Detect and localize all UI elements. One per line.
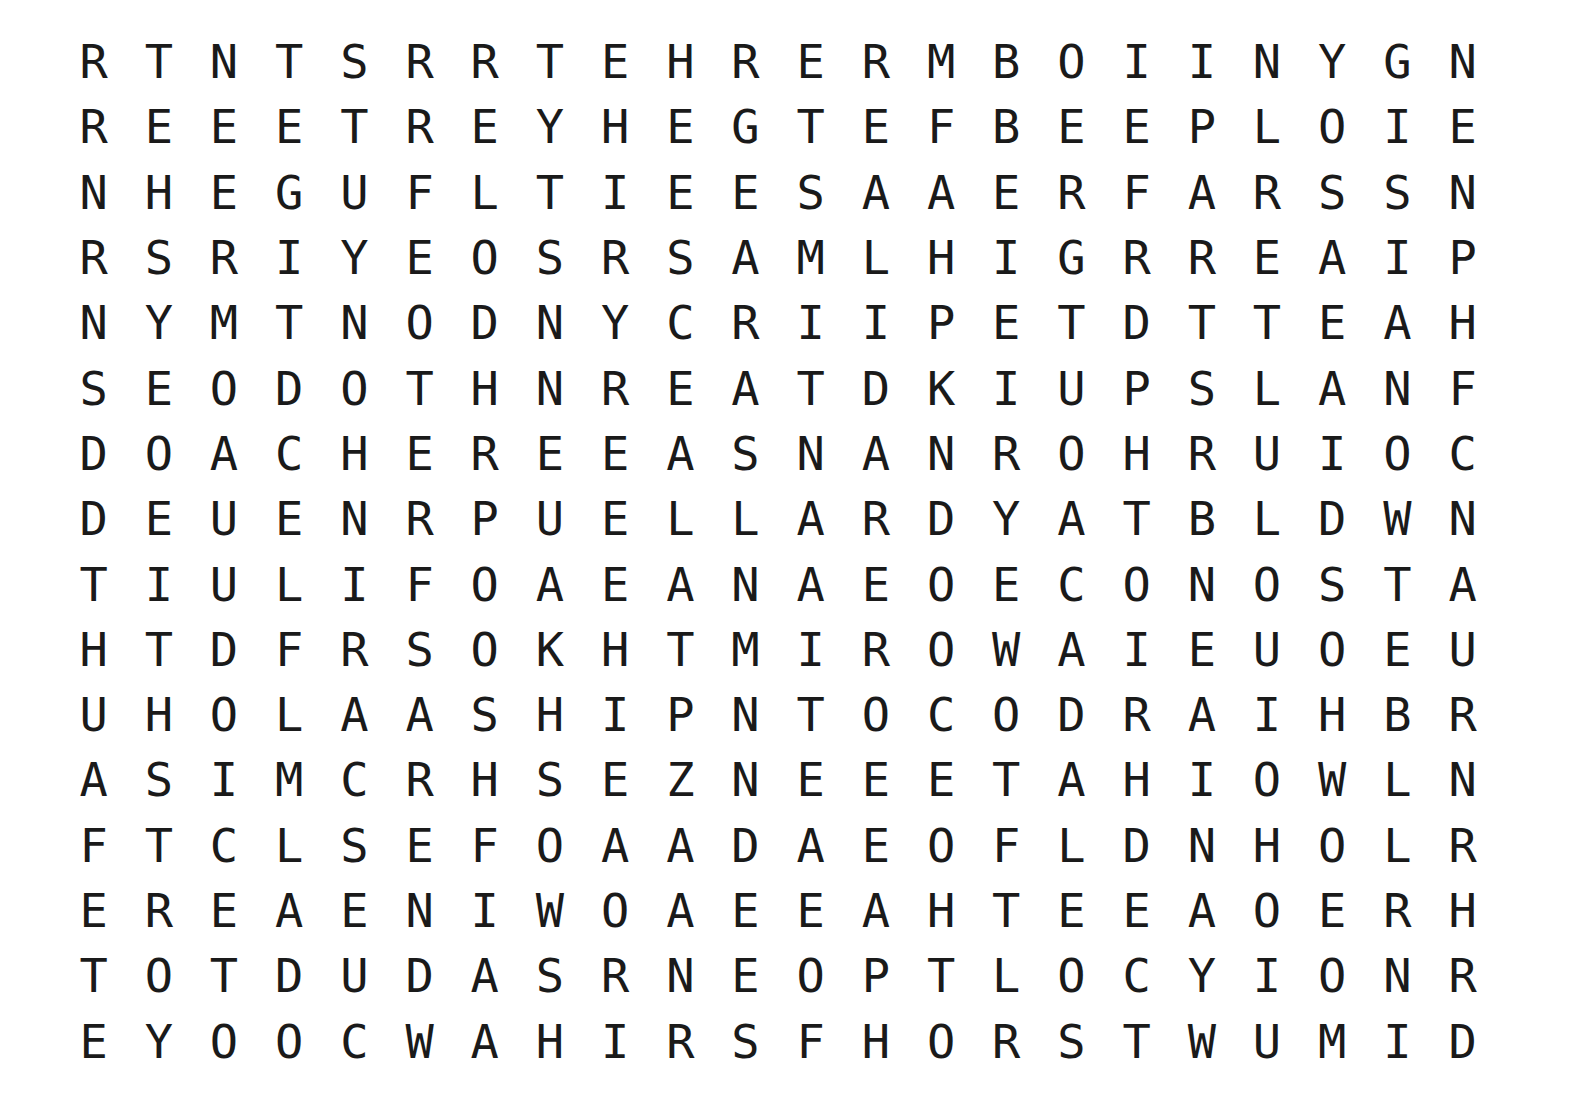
grid-cell[interactable]: O [126, 943, 191, 1008]
grid-cell[interactable]: B [974, 94, 1039, 159]
grid-cell[interactable]: L [843, 225, 908, 290]
grid-cell[interactable]: T [257, 29, 322, 94]
grid-cell[interactable]: U [1234, 1008, 1299, 1073]
grid-cell[interactable]: A [191, 421, 256, 486]
grid-cell[interactable]: R [61, 225, 126, 290]
grid-cell[interactable]: P [452, 486, 517, 551]
grid-cell[interactable]: N [1169, 551, 1234, 616]
grid-cell[interactable]: A [452, 1008, 517, 1073]
grid-cell[interactable]: E [257, 486, 322, 551]
grid-cell[interactable]: S [1169, 355, 1234, 420]
grid-cell[interactable]: W [517, 878, 582, 943]
grid-cell[interactable]: O [1234, 878, 1299, 943]
grid-cell[interactable]: N [908, 421, 973, 486]
grid-cell[interactable]: R [1430, 682, 1495, 747]
grid-cell[interactable]: F [452, 813, 517, 878]
grid-cell[interactable]: I [1104, 29, 1169, 94]
grid-cell[interactable]: A [1300, 355, 1365, 420]
grid-cell[interactable]: I [1104, 617, 1169, 682]
grid-cell[interactable]: F [974, 813, 1039, 878]
grid-cell[interactable]: H [517, 1008, 582, 1073]
grid-cell[interactable]: O [1234, 551, 1299, 616]
grid-cell[interactable]: I [778, 290, 843, 355]
grid-cell[interactable]: E [1039, 94, 1104, 159]
grid-cell[interactable]: S [322, 29, 387, 94]
grid-cell[interactable]: H [452, 355, 517, 420]
grid-cell[interactable]: O [191, 1008, 256, 1073]
grid-cell[interactable]: D [191, 617, 256, 682]
grid-cell[interactable]: R [843, 29, 908, 94]
grid-cell[interactable]: N [1169, 813, 1234, 878]
grid-cell[interactable]: N [1365, 355, 1430, 420]
grid-cell[interactable]: O [1365, 421, 1430, 486]
grid-cell[interactable]: I [974, 355, 1039, 420]
grid-cell[interactable]: A [713, 225, 778, 290]
grid-cell[interactable]: W [1169, 1008, 1234, 1073]
grid-cell[interactable]: S [1039, 1008, 1104, 1073]
grid-cell[interactable]: S [126, 747, 191, 812]
grid-cell[interactable]: H [61, 617, 126, 682]
grid-cell[interactable]: T [126, 617, 191, 682]
grid-cell[interactable]: U [191, 486, 256, 551]
grid-cell[interactable]: O [1104, 551, 1169, 616]
grid-cell[interactable]: F [257, 617, 322, 682]
grid-cell[interactable]: P [908, 290, 973, 355]
grid-cell[interactable]: A [648, 813, 713, 878]
grid-cell[interactable]: A [1169, 878, 1234, 943]
grid-cell[interactable]: H [452, 747, 517, 812]
grid-cell[interactable]: E [1365, 617, 1430, 682]
grid-cell[interactable]: H [583, 617, 648, 682]
grid-cell[interactable]: O [1300, 617, 1365, 682]
grid-cell[interactable]: R [1234, 160, 1299, 225]
grid-cell[interactable]: L [713, 486, 778, 551]
grid-cell[interactable]: R [583, 355, 648, 420]
grid-cell[interactable]: R [387, 29, 452, 94]
grid-cell[interactable]: S [517, 225, 582, 290]
grid-cell[interactable]: R [1104, 682, 1169, 747]
grid-cell[interactable]: P [648, 682, 713, 747]
grid-cell[interactable]: H [908, 225, 973, 290]
grid-cell[interactable]: N [1234, 29, 1299, 94]
grid-cell[interactable]: I [1365, 1008, 1430, 1073]
grid-cell[interactable]: S [648, 225, 713, 290]
grid-cell[interactable]: E [974, 290, 1039, 355]
grid-cell[interactable]: E [778, 747, 843, 812]
grid-cell[interactable]: O [387, 290, 452, 355]
grid-cell[interactable]: F [1430, 355, 1495, 420]
grid-cell[interactable]: H [1104, 747, 1169, 812]
grid-cell[interactable]: T [908, 943, 973, 1008]
grid-cell[interactable]: R [843, 617, 908, 682]
grid-cell[interactable]: A [1169, 682, 1234, 747]
grid-cell[interactable]: E [583, 421, 648, 486]
grid-cell[interactable]: D [452, 290, 517, 355]
grid-cell[interactable]: E [387, 813, 452, 878]
grid-cell[interactable]: L [257, 551, 322, 616]
grid-cell[interactable]: N [387, 878, 452, 943]
grid-cell[interactable]: C [1039, 551, 1104, 616]
grid-cell[interactable]: O [1300, 943, 1365, 1008]
grid-cell[interactable]: R [1169, 421, 1234, 486]
grid-cell[interactable]: I [1234, 943, 1299, 1008]
grid-cell[interactable]: S [322, 813, 387, 878]
grid-cell[interactable]: M [1300, 1008, 1365, 1073]
grid-cell[interactable]: W [1300, 747, 1365, 812]
grid-cell[interactable]: E [126, 355, 191, 420]
grid-cell[interactable]: E [257, 94, 322, 159]
grid-cell[interactable]: E [387, 421, 452, 486]
grid-cell[interactable]: L [452, 160, 517, 225]
grid-cell[interactable]: A [713, 355, 778, 420]
grid-cell[interactable]: Y [974, 486, 1039, 551]
grid-cell[interactable]: O [1300, 94, 1365, 159]
grid-cell[interactable]: A [61, 747, 126, 812]
grid-cell[interactable]: T [61, 943, 126, 1008]
grid-cell[interactable]: I [583, 160, 648, 225]
grid-cell[interactable]: E [1104, 878, 1169, 943]
grid-cell[interactable]: I [583, 1008, 648, 1073]
grid-cell[interactable]: E [908, 747, 973, 812]
grid-cell[interactable]: L [1039, 813, 1104, 878]
grid-cell[interactable]: H [843, 1008, 908, 1073]
grid-cell[interactable]: U [1039, 355, 1104, 420]
grid-cell[interactable]: H [126, 682, 191, 747]
grid-cell[interactable]: D [1104, 813, 1169, 878]
grid-cell[interactable]: G [713, 94, 778, 159]
grid-cell[interactable]: N [713, 682, 778, 747]
grid-cell[interactable]: B [1169, 486, 1234, 551]
grid-cell[interactable]: L [1234, 94, 1299, 159]
grid-cell[interactable]: O [583, 878, 648, 943]
grid-cell[interactable]: O [908, 813, 973, 878]
grid-cell[interactable]: M [257, 747, 322, 812]
grid-cell[interactable]: N [322, 486, 387, 551]
grid-cell[interactable]: L [1365, 747, 1430, 812]
grid-cell[interactable]: S [1365, 160, 1430, 225]
grid-cell[interactable]: R [648, 1008, 713, 1073]
grid-cell[interactable]: I [1169, 29, 1234, 94]
grid-cell[interactable]: E [126, 486, 191, 551]
grid-cell[interactable]: A [908, 160, 973, 225]
grid-cell[interactable]: I [1365, 225, 1430, 290]
grid-cell[interactable]: A [778, 551, 843, 616]
grid-cell[interactable]: R [713, 290, 778, 355]
grid-cell[interactable]: R [583, 225, 648, 290]
grid-cell[interactable]: T [1104, 486, 1169, 551]
grid-cell[interactable]: A [1169, 160, 1234, 225]
grid-cell[interactable]: E [583, 29, 648, 94]
grid-cell[interactable]: T [517, 160, 582, 225]
grid-cell[interactable]: O [778, 943, 843, 1008]
grid-cell[interactable]: R [452, 29, 517, 94]
grid-cell[interactable]: U [61, 682, 126, 747]
grid-cell[interactable]: A [517, 551, 582, 616]
grid-cell[interactable]: E [713, 160, 778, 225]
grid-cell[interactable]: R [387, 747, 452, 812]
grid-cell[interactable]: C [322, 1008, 387, 1073]
grid-cell[interactable]: A [843, 421, 908, 486]
grid-cell[interactable]: F [387, 160, 452, 225]
grid-cell[interactable]: O [1234, 747, 1299, 812]
grid-cell[interactable]: N [778, 421, 843, 486]
grid-cell[interactable]: L [1234, 486, 1299, 551]
grid-cell[interactable]: Y [322, 225, 387, 290]
grid-cell[interactable]: S [713, 1008, 778, 1073]
grid-cell[interactable]: W [1365, 486, 1430, 551]
grid-cell[interactable]: A [778, 486, 843, 551]
grid-cell[interactable]: A [648, 551, 713, 616]
grid-cell[interactable]: D [257, 355, 322, 420]
grid-cell[interactable]: R [713, 29, 778, 94]
grid-cell[interactable]: E [843, 551, 908, 616]
grid-cell[interactable]: R [61, 29, 126, 94]
grid-cell[interactable]: T [1039, 290, 1104, 355]
grid-cell[interactable]: O [191, 355, 256, 420]
grid-cell[interactable]: O [908, 617, 973, 682]
grid-cell[interactable]: A [1039, 747, 1104, 812]
grid-cell[interactable]: I [1300, 421, 1365, 486]
grid-cell[interactable]: G [1039, 225, 1104, 290]
grid-cell[interactable]: E [61, 1008, 126, 1073]
grid-cell[interactable]: L [648, 486, 713, 551]
grid-cell[interactable]: U [322, 160, 387, 225]
grid-cell[interactable]: R [974, 421, 1039, 486]
grid-cell[interactable]: C [1430, 421, 1495, 486]
grid-cell[interactable]: M [713, 617, 778, 682]
grid-cell[interactable]: A [843, 160, 908, 225]
grid-cell[interactable]: E [1169, 617, 1234, 682]
grid-cell[interactable]: D [61, 421, 126, 486]
grid-cell[interactable]: Z [648, 747, 713, 812]
grid-cell[interactable]: R [126, 878, 191, 943]
grid-cell[interactable]: S [778, 160, 843, 225]
grid-cell[interactable]: S [61, 355, 126, 420]
grid-cell[interactable]: O [908, 1008, 973, 1073]
grid-cell[interactable]: E [1300, 878, 1365, 943]
grid-cell[interactable]: Y [1300, 29, 1365, 94]
grid-cell[interactable]: H [517, 682, 582, 747]
grid-cell[interactable]: O [322, 355, 387, 420]
grid-cell[interactable]: E [778, 878, 843, 943]
grid-cell[interactable]: C [1104, 943, 1169, 1008]
grid-cell[interactable]: D [713, 813, 778, 878]
grid-cell[interactable]: T [61, 551, 126, 616]
grid-cell[interactable]: E [583, 747, 648, 812]
grid-cell[interactable]: I [1169, 747, 1234, 812]
grid-cell[interactable]: D [908, 486, 973, 551]
grid-cell[interactable]: N [517, 290, 582, 355]
grid-cell[interactable]: K [517, 617, 582, 682]
grid-cell[interactable]: E [322, 878, 387, 943]
grid-cell[interactable]: S [452, 682, 517, 747]
grid-cell[interactable]: Y [517, 94, 582, 159]
grid-cell[interactable]: T [1104, 1008, 1169, 1073]
grid-cell[interactable]: E [1234, 225, 1299, 290]
grid-cell[interactable]: H [1300, 682, 1365, 747]
grid-cell[interactable]: E [126, 94, 191, 159]
grid-cell[interactable]: O [191, 682, 256, 747]
grid-cell[interactable]: T [191, 943, 256, 1008]
grid-cell[interactable]: I [1365, 94, 1430, 159]
grid-cell[interactable]: A [1039, 617, 1104, 682]
grid-cell[interactable]: H [1430, 290, 1495, 355]
grid-cell[interactable]: B [1365, 682, 1430, 747]
grid-cell[interactable]: L [1234, 355, 1299, 420]
grid-cell[interactable]: R [452, 421, 517, 486]
grid-cell[interactable]: O [257, 1008, 322, 1073]
grid-cell[interactable]: L [974, 943, 1039, 1008]
grid-cell[interactable]: E [648, 355, 713, 420]
grid-cell[interactable]: P [1430, 225, 1495, 290]
grid-cell[interactable]: P [1104, 355, 1169, 420]
grid-cell[interactable]: U [1430, 617, 1495, 682]
grid-cell[interactable]: Y [1169, 943, 1234, 1008]
grid-cell[interactable]: R [1365, 878, 1430, 943]
grid-cell[interactable]: E [61, 878, 126, 943]
grid-cell[interactable]: O [452, 617, 517, 682]
grid-cell[interactable]: R [843, 486, 908, 551]
grid-cell[interactable]: K [908, 355, 973, 420]
grid-cell[interactable]: O [908, 551, 973, 616]
grid-cell[interactable]: U [1234, 421, 1299, 486]
grid-cell[interactable]: I [1234, 682, 1299, 747]
grid-cell[interactable]: D [1430, 1008, 1495, 1073]
grid-cell[interactable]: D [387, 943, 452, 1008]
grid-cell[interactable]: O [517, 813, 582, 878]
grid-cell[interactable]: I [126, 551, 191, 616]
grid-cell[interactable]: E [713, 878, 778, 943]
grid-cell[interactable]: N [1430, 747, 1495, 812]
grid-cell[interactable]: E [648, 160, 713, 225]
grid-cell[interactable]: T [648, 617, 713, 682]
grid-cell[interactable]: O [126, 421, 191, 486]
grid-cell[interactable]: E [974, 160, 1039, 225]
grid-cell[interactable]: R [322, 617, 387, 682]
grid-cell[interactable]: D [1104, 290, 1169, 355]
grid-cell[interactable]: E [1300, 290, 1365, 355]
grid-cell[interactable]: A [387, 682, 452, 747]
grid-cell[interactable]: R [1430, 943, 1495, 1008]
grid-cell[interactable]: E [517, 421, 582, 486]
grid-cell[interactable]: O [452, 551, 517, 616]
grid-cell[interactable]: H [583, 94, 648, 159]
grid-cell[interactable]: H [126, 160, 191, 225]
grid-cell[interactable]: N [648, 943, 713, 1008]
grid-cell[interactable]: R [191, 225, 256, 290]
grid-cell[interactable]: L [257, 813, 322, 878]
grid-cell[interactable]: A [452, 943, 517, 1008]
grid-cell[interactable]: N [1430, 486, 1495, 551]
grid-cell[interactable]: W [974, 617, 1039, 682]
grid-cell[interactable]: H [908, 878, 973, 943]
grid-cell[interactable]: O [1039, 29, 1104, 94]
grid-cell[interactable]: U [1234, 617, 1299, 682]
grid-cell[interactable]: C [257, 421, 322, 486]
grid-cell[interactable]: O [843, 682, 908, 747]
grid-cell[interactable]: R [583, 943, 648, 1008]
grid-cell[interactable]: T [974, 878, 1039, 943]
grid-cell[interactable]: R [1039, 160, 1104, 225]
grid-cell[interactable]: Y [126, 290, 191, 355]
grid-cell[interactable]: Y [126, 1008, 191, 1073]
grid-cell[interactable]: T [257, 290, 322, 355]
grid-cell[interactable]: T [778, 682, 843, 747]
grid-cell[interactable]: A [1300, 225, 1365, 290]
grid-cell[interactable]: E [1039, 878, 1104, 943]
grid-cell[interactable]: T [974, 747, 1039, 812]
grid-cell[interactable]: P [1169, 94, 1234, 159]
grid-cell[interactable]: R [61, 94, 126, 159]
grid-cell[interactable]: L [257, 682, 322, 747]
grid-cell[interactable]: N [61, 290, 126, 355]
grid-cell[interactable]: R [1169, 225, 1234, 290]
grid-cell[interactable]: A [778, 813, 843, 878]
grid-cell[interactable]: O [1039, 943, 1104, 1008]
grid-cell[interactable]: I [322, 551, 387, 616]
grid-cell[interactable]: E [191, 94, 256, 159]
grid-cell[interactable]: U [191, 551, 256, 616]
grid-cell[interactable]: H [1430, 878, 1495, 943]
grid-cell[interactable]: I [974, 225, 1039, 290]
grid-cell[interactable]: T [517, 29, 582, 94]
grid-cell[interactable]: I [843, 290, 908, 355]
grid-cell[interactable]: N [61, 160, 126, 225]
grid-cell[interactable]: N [1430, 29, 1495, 94]
grid-cell[interactable]: E [191, 878, 256, 943]
grid-cell[interactable]: L [1365, 813, 1430, 878]
grid-cell[interactable]: F [61, 813, 126, 878]
grid-cell[interactable]: F [1104, 160, 1169, 225]
grid-cell[interactable]: O [452, 225, 517, 290]
grid-cell[interactable]: T [126, 813, 191, 878]
grid-cell[interactable]: I [452, 878, 517, 943]
grid-cell[interactable]: H [1104, 421, 1169, 486]
grid-cell[interactable]: N [191, 29, 256, 94]
grid-cell[interactable]: E [713, 943, 778, 1008]
grid-cell[interactable]: C [908, 682, 973, 747]
grid-cell[interactable]: F [387, 551, 452, 616]
grid-cell[interactable]: T [1234, 290, 1299, 355]
grid-cell[interactable]: D [61, 486, 126, 551]
grid-cell[interactable]: S [387, 617, 452, 682]
grid-cell[interactable]: E [843, 813, 908, 878]
grid-cell[interactable]: N [517, 355, 582, 420]
grid-cell[interactable]: T [1365, 551, 1430, 616]
grid-cell[interactable]: D [1300, 486, 1365, 551]
grid-cell[interactable]: A [322, 682, 387, 747]
grid-cell[interactable]: E [1104, 94, 1169, 159]
grid-cell[interactable]: D [843, 355, 908, 420]
grid-cell[interactable]: B [974, 29, 1039, 94]
grid-cell[interactable]: R [387, 94, 452, 159]
grid-cell[interactable]: D [1039, 682, 1104, 747]
grid-cell[interactable]: M [191, 290, 256, 355]
grid-cell[interactable]: S [517, 747, 582, 812]
grid-cell[interactable]: G [257, 160, 322, 225]
grid-cell[interactable]: W [387, 1008, 452, 1073]
grid-cell[interactable]: G [1365, 29, 1430, 94]
grid-cell[interactable]: A [583, 813, 648, 878]
grid-cell[interactable]: R [1430, 813, 1495, 878]
grid-cell[interactable]: S [126, 225, 191, 290]
grid-cell[interactable]: H [1234, 813, 1299, 878]
grid-cell[interactable]: R [974, 1008, 1039, 1073]
grid-cell[interactable]: S [1300, 160, 1365, 225]
grid-cell[interactable]: E [974, 551, 1039, 616]
grid-cell[interactable]: I [257, 225, 322, 290]
grid-cell[interactable]: S [1300, 551, 1365, 616]
